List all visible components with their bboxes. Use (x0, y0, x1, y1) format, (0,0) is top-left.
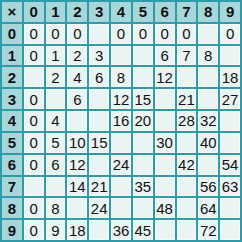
cell-r3-c7: 21 (177, 89, 197, 109)
cell-r8-c3: 24 (89, 198, 109, 218)
cell-r0-c7: 0 (177, 24, 197, 44)
cell-r3-c6-empty[interactable] (155, 89, 175, 109)
row-header-9: 9 (2, 220, 22, 240)
cell-r4-c6-empty[interactable] (155, 111, 175, 131)
cell-r2-c5-empty[interactable] (133, 67, 153, 87)
cell-r7-c2: 14 (67, 177, 87, 197)
cell-r0-c4: 0 (111, 24, 131, 44)
cell-r3-c3-empty[interactable] (89, 89, 109, 109)
cell-r6-c9: 54 (220, 155, 240, 175)
cell-r1-c9-empty[interactable] (220, 46, 240, 66)
cell-r2-c3: 6 (89, 67, 109, 87)
row-header-1: 1 (2, 46, 22, 66)
cell-r5-c0: 0 (24, 133, 44, 153)
cell-r1-c7: 7 (177, 46, 197, 66)
cell-r7-c3: 21 (89, 177, 109, 197)
cell-r9-c8: 72 (198, 220, 218, 240)
cell-r5-c8: 40 (198, 133, 218, 153)
cell-r8-c9-empty[interactable] (220, 198, 240, 218)
cell-r6-c2: 12 (67, 155, 87, 175)
col-header-0: 0 (24, 2, 44, 22)
cell-r8-c7-empty[interactable] (177, 198, 197, 218)
cell-r0-c8-empty[interactable] (198, 24, 218, 44)
cell-r9-c7-empty[interactable] (177, 220, 197, 240)
cell-r5-c2: 10 (67, 133, 87, 153)
cell-r5-c1: 5 (46, 133, 66, 153)
cell-r0-c1: 0 (46, 24, 66, 44)
cell-r7-c4-empty[interactable] (111, 177, 131, 197)
cell-r0-c3-empty[interactable] (89, 24, 109, 44)
cell-r1-c0: 0 (24, 46, 44, 66)
col-header-2: 2 (67, 2, 87, 22)
cell-r6-c4: 24 (111, 155, 131, 175)
row-header-3: 3 (2, 89, 22, 109)
cell-r9-c6-empty[interactable] (155, 220, 175, 240)
col-header-9: 9 (220, 2, 240, 22)
cell-r4-c3-empty[interactable] (89, 111, 109, 131)
cell-r9-c0: 0 (24, 220, 44, 240)
cell-r5-c3: 15 (89, 133, 109, 153)
col-header-7: 7 (177, 2, 197, 22)
cell-r3-c0: 0 (24, 89, 44, 109)
col-header-8: 8 (198, 2, 218, 22)
cell-r6-c1: 6 (46, 155, 66, 175)
cell-r9-c4: 36 (111, 220, 131, 240)
cell-r9-c9-empty[interactable] (220, 220, 240, 240)
cell-r8-c8: 64 (198, 198, 218, 218)
cell-r7-c1-empty[interactable] (46, 177, 66, 197)
cell-r1-c1: 1 (46, 46, 66, 66)
cell-r9-c5: 45 (133, 220, 153, 240)
cell-r2-c6: 12 (155, 67, 175, 87)
cell-r2-c2: 4 (67, 67, 87, 87)
cell-r8-c0: 0 (24, 198, 44, 218)
cell-r9-c1: 9 (46, 220, 66, 240)
cell-r4-c0: 0 (24, 111, 44, 131)
cell-r8-c5-empty[interactable] (133, 198, 153, 218)
multiplication-table-board: ×012345678900000000010123678224681218306… (0, 0, 242, 242)
col-header-3: 3 (89, 2, 109, 22)
cell-r6-c3-empty[interactable] (89, 155, 109, 175)
cell-r0-c9: 0 (220, 24, 240, 44)
cell-r6-c8-empty[interactable] (198, 155, 218, 175)
cell-r0-c6: 0 (155, 24, 175, 44)
cell-r7-c5: 35 (133, 177, 153, 197)
cell-r0-c0: 0 (24, 24, 44, 44)
cell-r7-c6-empty[interactable] (155, 177, 175, 197)
cell-r4-c9-empty[interactable] (220, 111, 240, 131)
cell-r9-c2: 18 (67, 220, 87, 240)
cell-r7-c0-empty[interactable] (24, 177, 44, 197)
col-header-6: 6 (155, 2, 175, 22)
cell-r7-c9: 63 (220, 177, 240, 197)
cell-r5-c4-empty[interactable] (111, 133, 131, 153)
cell-r2-c4: 8 (111, 67, 131, 87)
cell-r1-c5-empty[interactable] (133, 46, 153, 66)
cell-r6-c0: 0 (24, 155, 44, 175)
cell-r1-c4-empty[interactable] (111, 46, 131, 66)
cell-r8-c4-empty[interactable] (111, 198, 131, 218)
cell-r4-c5: 20 (133, 111, 153, 131)
cell-r8-c6: 48 (155, 198, 175, 218)
cell-r4-c4: 16 (111, 111, 131, 131)
row-header-5: 5 (2, 133, 22, 153)
cell-r4-c1: 4 (46, 111, 66, 131)
row-header-2: 2 (2, 67, 22, 87)
cell-r3-c4: 12 (111, 89, 131, 109)
row-header-8: 8 (2, 198, 22, 218)
cell-r7-c7-empty[interactable] (177, 177, 197, 197)
cell-r4-c2-empty[interactable] (67, 111, 87, 131)
cell-r3-c9: 27 (220, 89, 240, 109)
cell-r1-c2: 2 (67, 46, 87, 66)
cell-r5-c5-empty[interactable] (133, 133, 153, 153)
cell-r1-c6: 6 (155, 46, 175, 66)
row-header-6: 6 (2, 155, 22, 175)
cell-r2-c8-empty[interactable] (198, 67, 218, 87)
cell-r4-c7: 28 (177, 111, 197, 131)
row-header-7: 7 (2, 177, 22, 197)
cell-r0-c5: 0 (133, 24, 153, 44)
cell-r5-c9-empty[interactable] (220, 133, 240, 153)
cell-r2-c7-empty[interactable] (177, 67, 197, 87)
cell-r3-c1-empty[interactable] (46, 89, 66, 109)
col-header-5: 5 (133, 2, 153, 22)
cell-r4-c8: 32 (198, 111, 218, 131)
cell-r6-c6-empty[interactable] (155, 155, 175, 175)
col-header-1: 1 (46, 2, 66, 22)
corner-times-symbol: × (2, 2, 22, 22)
row-header-4: 4 (2, 111, 22, 131)
cell-r0-c2: 0 (67, 24, 87, 44)
cell-r8-c2-empty[interactable] (67, 198, 87, 218)
cell-r8-c1: 8 (46, 198, 66, 218)
cell-r5-c6: 30 (155, 133, 175, 153)
cell-r3-c2: 6 (67, 89, 87, 109)
cell-r9-c3-empty[interactable] (89, 220, 109, 240)
cell-r6-c5-empty[interactable] (133, 155, 153, 175)
cell-r6-c7: 42 (177, 155, 197, 175)
col-header-4: 4 (111, 2, 131, 22)
cell-r1-c8: 8 (198, 46, 218, 66)
row-header-0: 0 (2, 24, 22, 44)
cell-r7-c8: 56 (198, 177, 218, 197)
cell-r3-c5: 15 (133, 89, 153, 109)
cell-r2-c1: 2 (46, 67, 66, 87)
cell-r1-c3: 3 (89, 46, 109, 66)
cell-r2-c0-empty[interactable] (24, 67, 44, 87)
cell-r3-c8-empty[interactable] (198, 89, 218, 109)
cell-r5-c7-empty[interactable] (177, 133, 197, 153)
cell-r2-c9: 18 (220, 67, 240, 87)
